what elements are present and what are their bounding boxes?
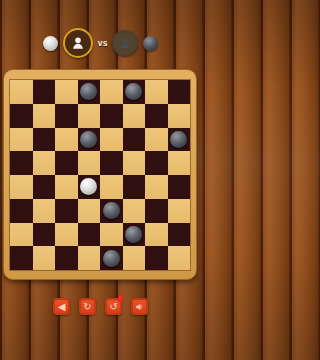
square-f1[interactable]	[123, 246, 146, 270]
square-a3[interactable]	[10, 199, 33, 223]
square-a8[interactable]	[10, 80, 33, 104]
person-icon	[70, 35, 86, 51]
square-c2[interactable]	[55, 223, 78, 247]
back-button[interactable]: ◀	[53, 298, 70, 315]
square-f6[interactable]	[123, 128, 146, 152]
player-bar: vs	[0, 26, 201, 60]
square-c7[interactable]	[55, 104, 78, 128]
restart-button[interactable]: ↻	[79, 298, 96, 315]
black-checker-indicator	[143, 36, 158, 51]
square-e3[interactable]	[100, 199, 123, 223]
square-c6[interactable]	[55, 128, 78, 152]
square-h7[interactable]	[168, 104, 191, 128]
square-d2[interactable]	[78, 223, 101, 247]
black-man[interactable]	[80, 83, 97, 100]
vs-label: vs	[98, 39, 108, 48]
square-a1[interactable]	[10, 246, 33, 270]
black-man[interactable]	[103, 250, 120, 267]
square-g1[interactable]	[145, 246, 168, 270]
square-d6[interactable]	[78, 128, 101, 152]
square-h8[interactable]	[168, 80, 191, 104]
white-checker-indicator	[43, 36, 58, 51]
square-d5[interactable]	[78, 151, 101, 175]
square-h1[interactable]	[168, 246, 191, 270]
square-b3[interactable]	[33, 199, 56, 223]
square-g4[interactable]	[145, 175, 168, 199]
square-e1[interactable]	[100, 246, 123, 270]
bottom-toolbar: ◀ ↻ ↺	[0, 298, 201, 315]
square-c8[interactable]	[55, 80, 78, 104]
square-g8[interactable]	[145, 80, 168, 104]
black-man[interactable]	[170, 131, 187, 148]
square-h4[interactable]	[168, 175, 191, 199]
notification-badge	[118, 294, 123, 302]
square-f4[interactable]	[123, 175, 146, 199]
square-f7[interactable]	[123, 104, 146, 128]
square-b7[interactable]	[33, 104, 56, 128]
square-e4[interactable]	[100, 175, 123, 199]
square-g7[interactable]	[145, 104, 168, 128]
square-g6[interactable]	[145, 128, 168, 152]
sound-button[interactable]	[131, 298, 148, 315]
black-player-avatar[interactable]	[112, 30, 138, 56]
square-c1[interactable]	[55, 246, 78, 270]
undo-button[interactable]: ↺	[105, 298, 122, 315]
square-h6[interactable]	[168, 128, 191, 152]
checkers-board	[3, 69, 197, 280]
square-g3[interactable]	[145, 199, 168, 223]
square-f3[interactable]	[123, 199, 146, 223]
square-f8[interactable]	[123, 80, 146, 104]
speaker-icon	[135, 302, 145, 312]
black-man[interactable]	[125, 83, 142, 100]
restart-icon: ↻	[81, 300, 94, 313]
square-b8[interactable]	[33, 80, 56, 104]
square-e7[interactable]	[100, 104, 123, 128]
black-man[interactable]	[103, 202, 120, 219]
white-man[interactable]	[80, 178, 97, 195]
square-b2[interactable]	[33, 223, 56, 247]
undo-icon: ↺	[107, 300, 120, 313]
square-b6[interactable]	[33, 128, 56, 152]
square-h2[interactable]	[168, 223, 191, 247]
square-h5[interactable]	[168, 151, 191, 175]
square-g5[interactable]	[145, 151, 168, 175]
black-man[interactable]	[125, 226, 142, 243]
square-b1[interactable]	[33, 246, 56, 270]
square-f2[interactable]	[123, 223, 146, 247]
square-e5[interactable]	[100, 151, 123, 175]
square-d1[interactable]	[78, 246, 101, 270]
square-a4[interactable]	[10, 175, 33, 199]
person-icon	[118, 36, 132, 50]
square-e6[interactable]	[100, 128, 123, 152]
left-arrow-icon: ◀	[55, 300, 68, 313]
square-e8[interactable]	[100, 80, 123, 104]
white-player-avatar[interactable]	[63, 28, 93, 58]
board-grid	[9, 79, 191, 271]
square-c4[interactable]	[55, 175, 78, 199]
square-c3[interactable]	[55, 199, 78, 223]
black-man[interactable]	[80, 131, 97, 148]
square-f5[interactable]	[123, 151, 146, 175]
square-e2[interactable]	[100, 223, 123, 247]
square-d3[interactable]	[78, 199, 101, 223]
square-d7[interactable]	[78, 104, 101, 128]
square-b5[interactable]	[33, 151, 56, 175]
square-a2[interactable]	[10, 223, 33, 247]
square-a5[interactable]	[10, 151, 33, 175]
square-a7[interactable]	[10, 104, 33, 128]
square-h3[interactable]	[168, 199, 191, 223]
square-d4[interactable]	[78, 175, 101, 199]
square-a6[interactable]	[10, 128, 33, 152]
square-b4[interactable]	[33, 175, 56, 199]
square-g2[interactable]	[145, 223, 168, 247]
square-d8[interactable]	[78, 80, 101, 104]
square-c5[interactable]	[55, 151, 78, 175]
